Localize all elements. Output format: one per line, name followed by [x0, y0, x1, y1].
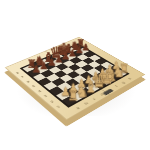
piece-dark-pawn-a7: ♟ — [32, 65, 41, 75]
product-photo-stage: ♜♞♝♛♚♝♞♜♟♟♟♟♟♟♟♟♟♟♟♟♟♟♟♟♜♞♝♛♚♝♞♜ abcdefg… — [0, 0, 150, 150]
piece-light-rook-a1: ♜ — [67, 90, 78, 103]
chess-set-scene: ♜♞♝♛♚♝♞♜♟♟♟♟♟♟♟♟♟♟♟♟♟♟♟♟♜♞♝♛♚♝♞♜ abcdefg… — [24, 21, 124, 121]
